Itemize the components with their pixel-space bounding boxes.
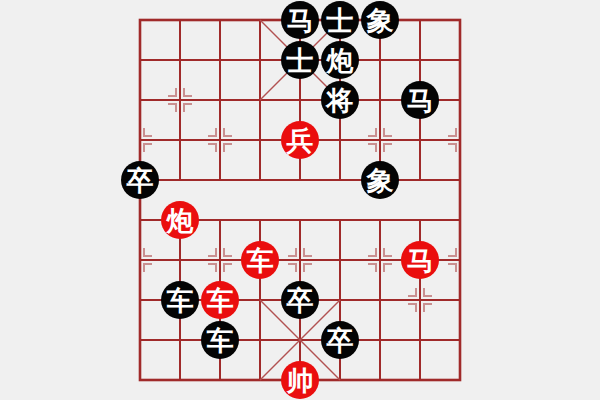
xiangqi-board[interactable]: 马士象士炮将马兵卒象炮车马车车卒车卒帅	[120, 0, 480, 400]
piece-black-horse[interactable]: 马	[401, 81, 439, 119]
piece-black-horse[interactable]: 马	[281, 1, 319, 39]
piece-black-soldier[interactable]: 卒	[121, 161, 159, 199]
piece-black-soldier[interactable]: 卒	[321, 321, 359, 359]
piece-red-soldier[interactable]: 兵	[281, 121, 319, 159]
xiangqi-app: 马士象士炮将马兵卒象炮车马车车卒车卒帅	[0, 0, 600, 400]
piece-red-cannon[interactable]: 炮	[161, 201, 199, 239]
piece-black-advisor[interactable]: 士	[321, 1, 359, 39]
piece-black-cannon[interactable]: 炮	[321, 41, 359, 79]
piece-black-chariot[interactable]: 车	[161, 281, 199, 319]
piece-black-elephant[interactable]: 象	[361, 161, 399, 199]
piece-black-general[interactable]: 将	[321, 81, 359, 119]
piece-black-soldier[interactable]: 卒	[281, 281, 319, 319]
piece-red-chariot[interactable]: 车	[241, 241, 279, 279]
piece-red-general[interactable]: 帅	[281, 361, 319, 399]
piece-red-horse[interactable]: 马	[401, 241, 439, 279]
piece-black-elephant[interactable]: 象	[361, 1, 399, 39]
piece-red-chariot[interactable]: 车	[201, 281, 239, 319]
piece-black-advisor[interactable]: 士	[281, 41, 319, 79]
piece-black-chariot[interactable]: 车	[201, 321, 239, 359]
